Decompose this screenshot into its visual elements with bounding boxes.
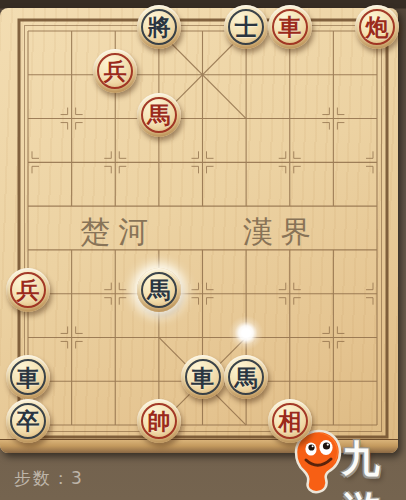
piece-red-帥[interactable]: 帥 bbox=[137, 399, 181, 443]
piece-black-卒[interactable]: 卒 bbox=[6, 399, 50, 443]
step-counter: 步数：3 bbox=[14, 467, 84, 490]
piece-red-馬[interactable]: 馬 bbox=[137, 93, 181, 137]
board-intersections: 將士車炮兵馬兵馬車車馬卒帥相 bbox=[6, 9, 399, 447]
piece-glyph: 帥 bbox=[137, 399, 181, 443]
game-screen: 楚河 漢界 將士車炮兵馬兵馬車車馬卒帥相 步数：3 九游 bbox=[0, 0, 406, 500]
jiuyou-watermark-text: 九游 bbox=[342, 434, 406, 500]
piece-glyph: 士 bbox=[224, 5, 268, 49]
piece-red-相[interactable]: 相 bbox=[268, 399, 312, 443]
piece-glyph: 車 bbox=[181, 355, 225, 399]
piece-glyph: 馬 bbox=[137, 93, 181, 137]
piece-glyph: 兵 bbox=[93, 49, 137, 93]
piece-red-車[interactable]: 車 bbox=[268, 5, 312, 49]
piece-black-士[interactable]: 士 bbox=[224, 5, 268, 49]
piece-black-車[interactable]: 車 bbox=[6, 355, 50, 399]
piece-black-將[interactable]: 將 bbox=[137, 5, 181, 49]
piece-glyph: 將 bbox=[137, 5, 181, 49]
piece-glyph: 馬 bbox=[137, 268, 181, 312]
piece-black-車[interactable]: 車 bbox=[181, 355, 225, 399]
move-indicator-dot[interactable] bbox=[229, 316, 263, 350]
piece-glyph: 車 bbox=[268, 5, 312, 49]
piece-black-馬[interactable]: 馬 bbox=[137, 268, 181, 312]
piece-black-馬[interactable]: 馬 bbox=[224, 355, 268, 399]
piece-red-炮[interactable]: 炮 bbox=[355, 5, 399, 49]
piece-glyph: 兵 bbox=[6, 268, 50, 312]
piece-glyph: 卒 bbox=[6, 399, 50, 443]
piece-glyph: 炮 bbox=[355, 5, 399, 49]
piece-glyph: 相 bbox=[268, 399, 312, 443]
piece-red-兵[interactable]: 兵 bbox=[6, 268, 50, 312]
piece-red-兵[interactable]: 兵 bbox=[93, 49, 137, 93]
piece-glyph: 馬 bbox=[224, 355, 268, 399]
piece-glyph: 車 bbox=[6, 355, 50, 399]
